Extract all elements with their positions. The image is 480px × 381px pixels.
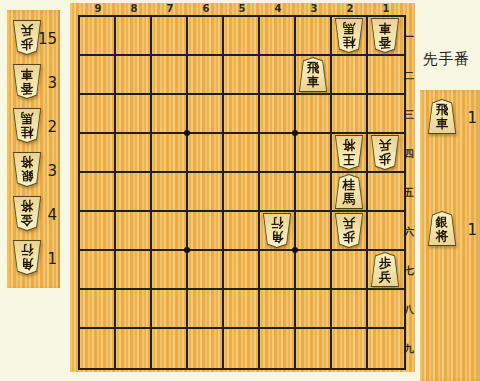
file-label: 1 (368, 3, 404, 14)
hand-koma-sente[interactable]: 飛車 (427, 99, 457, 134)
hand-count: 1 (47, 250, 57, 268)
koma-kanji: 桂馬 (12, 111, 42, 139)
hand-count: 3 (47, 74, 57, 92)
gote-hand-item: 角行1 (7, 237, 60, 281)
file-label: 4 (260, 3, 296, 14)
koma-3-2[interactable]: 飛車 (298, 57, 328, 92)
koma-kanji: 香車 (370, 21, 400, 49)
koma-kanji: 歩兵 (370, 256, 400, 284)
hand-count: 3 (47, 162, 57, 180)
hand-koma-gote[interactable]: 桂馬 (12, 108, 42, 143)
file-label: 2 (332, 3, 368, 14)
hand-koma-gote[interactable]: 角行 (12, 240, 42, 275)
gote-hand-item: 桂馬2 (7, 105, 60, 149)
koma-2-5[interactable]: 桂馬 (334, 174, 364, 209)
koma-kanji: 飛車 (298, 61, 328, 89)
file-label: 3 (296, 3, 332, 14)
file-label: 6 (188, 3, 224, 14)
koma-kanji: 香車 (12, 67, 42, 95)
koma-kanji: 金将 (12, 199, 42, 227)
koma-kanji: 桂馬 (334, 178, 364, 206)
hand-count: 15 (38, 30, 57, 48)
board-grid[interactable]: 香車桂馬飛車王将歩兵桂馬角行歩兵歩兵 (78, 15, 406, 370)
gote-hand-item: 銀将3 (7, 149, 60, 193)
hand-count: 2 (47, 118, 57, 136)
shogi-board: 987654321 一二三四五六七八九 香車桂馬飛車王将歩兵桂馬角行歩兵歩兵 (70, 3, 415, 372)
hand-count: 4 (47, 206, 57, 224)
koma-2-6[interactable]: 歩兵 (334, 213, 364, 248)
gote-hand-item: 歩兵15 (7, 17, 60, 61)
koma-kanji: 角行 (12, 243, 42, 271)
gote-hand-stand: 歩兵15香車3桂馬2銀将3金将4角行1 (7, 10, 60, 288)
koma-kanji: 王将 (334, 138, 364, 166)
pieces-layer: 香車桂馬飛車王将歩兵桂馬角行歩兵歩兵 (80, 17, 404, 368)
sente-hand-item: 飛車1 (420, 96, 480, 140)
koma-1-7[interactable]: 歩兵 (370, 252, 400, 287)
turn-indicator: 先手番 (423, 50, 470, 69)
shogi-app: 歩兵15香車3桂馬2銀将3金将4角行1 987654321 一二三四五六七八九 … (0, 0, 480, 381)
gote-hand-item: 香車3 (7, 61, 60, 105)
sente-hand-stand: 飛車1銀将1 (420, 90, 480, 381)
gote-hand-item: 金将4 (7, 193, 60, 237)
hand-koma-gote[interactable]: 銀将 (12, 152, 42, 187)
koma-kanji: 桂馬 (334, 21, 364, 49)
hand-koma-gote[interactable]: 金将 (12, 196, 42, 231)
file-labels: 987654321 (78, 3, 408, 14)
file-label: 7 (152, 3, 188, 14)
gote-hand-list: 歩兵15香車3桂馬2銀将3金将4角行1 (7, 10, 60, 281)
koma-kanji: 銀将 (427, 215, 457, 243)
file-label: 9 (80, 3, 116, 14)
koma-kanji: 飛車 (427, 103, 457, 131)
koma-2-1[interactable]: 桂馬 (334, 18, 364, 53)
hand-koma-gote[interactable]: 香車 (12, 64, 42, 99)
koma-2-4[interactable]: 王将 (334, 135, 364, 170)
koma-1-1[interactable]: 香車 (370, 18, 400, 53)
koma-kanji: 角行 (262, 216, 292, 244)
file-label: 8 (116, 3, 152, 14)
hand-count: 1 (467, 109, 477, 127)
hand-koma-sente[interactable]: 銀将 (427, 211, 457, 246)
koma-kanji: 歩兵 (370, 138, 400, 166)
hand-count: 1 (467, 221, 477, 239)
sente-hand-item: 銀将1 (420, 208, 480, 252)
koma-kanji: 銀将 (12, 155, 42, 183)
koma-4-6[interactable]: 角行 (262, 213, 292, 248)
file-label: 5 (224, 3, 260, 14)
koma-1-4[interactable]: 歩兵 (370, 135, 400, 170)
koma-kanji: 歩兵 (334, 216, 364, 244)
